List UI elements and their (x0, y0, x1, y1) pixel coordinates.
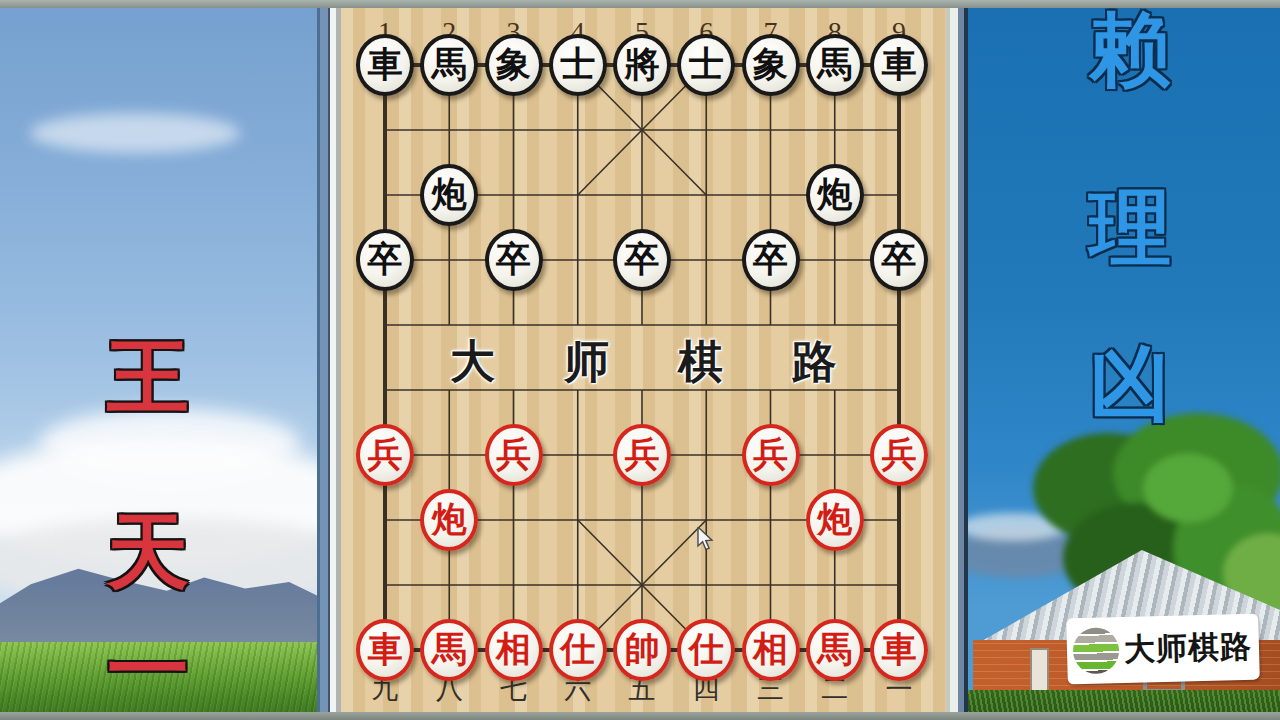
river-text: 大师棋路 (448, 334, 840, 390)
blue-player-name-char: 凶 (1084, 342, 1176, 428)
striped-globe-icon (1072, 627, 1119, 674)
piece-black-soldier[interactable]: 卒 (613, 229, 671, 291)
window-frame-left (317, 8, 341, 712)
river-char: 路 (790, 334, 840, 390)
river-char: 师 (562, 334, 612, 390)
piece-black-horse[interactable]: 馬 (806, 34, 864, 96)
app-screen: 大师棋路 123456789九八七六五四三二一車馬象士將士象馬車炮炮卒卒卒卒卒兵… (0, 0, 1280, 720)
river-char: 棋 (676, 334, 726, 390)
grass-strip (968, 690, 1280, 712)
piece-red-cannon[interactable]: 炮 (806, 489, 864, 551)
piece-black-general[interactable]: 將 (613, 34, 671, 96)
red-player-name-char: 王 (102, 335, 194, 421)
piece-red-soldier[interactable]: 兵 (742, 424, 800, 486)
bottom-border-bar (0, 712, 1280, 720)
piece-red-elephant[interactable]: 相 (485, 619, 543, 681)
piece-black-soldier[interactable]: 卒 (870, 229, 928, 291)
piece-black-soldier[interactable]: 卒 (485, 229, 543, 291)
window-frame-right (946, 8, 968, 712)
cloud-wisp (30, 113, 240, 153)
piece-black-soldier[interactable]: 卒 (356, 229, 414, 291)
piece-red-cannon[interactable]: 炮 (420, 489, 478, 551)
piece-red-general[interactable]: 帥 (613, 619, 671, 681)
blue-player-name-char: 理 (1084, 186, 1176, 272)
piece-red-chariot[interactable]: 車 (356, 619, 414, 681)
piece-red-horse[interactable]: 馬 (420, 619, 478, 681)
piece-black-cannon[interactable]: 炮 (420, 164, 478, 226)
top-border-bar (0, 0, 1280, 8)
piece-red-elephant[interactable]: 相 (742, 619, 800, 681)
piece-black-chariot[interactable]: 車 (870, 34, 928, 96)
house-window (1030, 648, 1049, 694)
piece-red-soldier[interactable]: 兵 (870, 424, 928, 486)
red-player-name-char: 天 (102, 510, 194, 596)
piece-black-chariot[interactable]: 車 (356, 34, 414, 96)
xiangqi-board[interactable]: 大师棋路 123456789九八七六五四三二一車馬象士將士象馬車炮炮卒卒卒卒卒兵… (341, 8, 946, 712)
piece-red-advisor[interactable]: 仕 (549, 619, 607, 681)
piece-red-soldier[interactable]: 兵 (356, 424, 414, 486)
piece-black-elephant[interactable]: 象 (485, 34, 543, 96)
logo-text: 大师棋路 (1123, 626, 1252, 671)
blue-player-name-char: 赖 (1084, 8, 1176, 94)
piece-black-horse[interactable]: 馬 (420, 34, 478, 96)
piece-black-cannon[interactable]: 炮 (806, 164, 864, 226)
piece-red-chariot[interactable]: 車 (870, 619, 928, 681)
piece-red-soldier[interactable]: 兵 (485, 424, 543, 486)
red-player-name-char: 一 (102, 628, 194, 714)
piece-red-horse[interactable]: 馬 (806, 619, 864, 681)
piece-black-soldier[interactable]: 卒 (742, 229, 800, 291)
piece-red-soldier[interactable]: 兵 (613, 424, 671, 486)
piece-red-advisor[interactable]: 仕 (677, 619, 735, 681)
mouse-cursor (697, 527, 717, 557)
piece-black-advisor[interactable]: 士 (549, 34, 607, 96)
piece-black-elephant[interactable]: 象 (742, 34, 800, 96)
piece-black-advisor[interactable]: 士 (677, 34, 735, 96)
river-char: 大 (448, 334, 498, 390)
channel-logo: 大师棋路 (1066, 613, 1260, 684)
